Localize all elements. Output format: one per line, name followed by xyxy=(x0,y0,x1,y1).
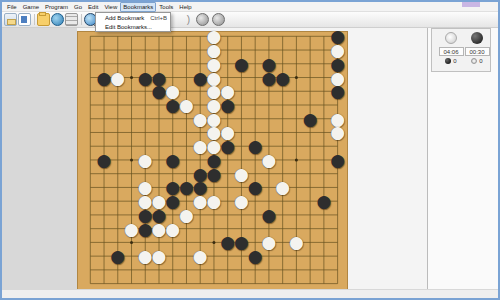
star-point xyxy=(295,76,298,79)
left-side-strip xyxy=(2,28,77,292)
folder-icon[interactable] xyxy=(37,13,50,26)
menu-item-go[interactable]: Go xyxy=(71,2,85,12)
dropdown-item-add-bookmark[interactable]: Add BookmarkCtrl+B xyxy=(96,13,170,22)
menu-item-game[interactable]: Game xyxy=(20,2,42,12)
star-point xyxy=(295,241,298,244)
star-point xyxy=(130,158,133,161)
menu-item-edit[interactable]: Edit xyxy=(85,2,101,12)
black-capture-count: 0 xyxy=(479,58,482,64)
toolbar: ) xyxy=(2,12,498,28)
star-point xyxy=(130,241,133,244)
board-grid xyxy=(78,32,347,292)
bookmarks-dropdown-menu: Add BookmarkCtrl+BEdit Bookmarks... xyxy=(95,12,171,32)
app-window: FileGameProgramGoEditViewBookmarksToolsH… xyxy=(0,0,500,300)
black-player-stone-icon xyxy=(471,32,483,44)
black-capture-stone-icon xyxy=(445,58,451,64)
save-icon[interactable] xyxy=(18,13,31,26)
white-capture-stone-icon xyxy=(471,58,477,64)
white-player-stone-icon xyxy=(445,32,457,44)
star-point xyxy=(212,76,215,79)
stone-button[interactable] xyxy=(212,13,225,26)
black-clock: 00:30 xyxy=(465,47,490,56)
star-point xyxy=(295,158,298,161)
toolbar-separator xyxy=(34,14,35,25)
menu-item-view[interactable]: View xyxy=(101,2,120,12)
status-bar xyxy=(2,289,498,298)
window-edge-accent xyxy=(462,2,480,7)
globe-icon[interactable] xyxy=(51,13,64,26)
menu-item-bookmarks[interactable]: Bookmarks xyxy=(120,2,156,12)
menu-item-help[interactable]: Help xyxy=(176,2,194,12)
black-capture-row: 0 xyxy=(471,58,482,64)
open-icon[interactable] xyxy=(4,13,17,26)
white-capture-count: 0 xyxy=(453,58,456,64)
menu-item-tools[interactable]: Tools xyxy=(156,2,176,12)
dropdown-item-label: Add Bookmark xyxy=(105,15,144,21)
info-panel: 04:06 0 00:30 0 xyxy=(428,28,498,292)
toolbar-separator xyxy=(81,14,82,25)
star-point xyxy=(130,76,133,79)
dropdown-item-shortcut: Ctrl+B xyxy=(150,15,167,21)
white-clock: 04:06 xyxy=(439,47,464,56)
white-player-column: 04:06 0 xyxy=(438,32,464,64)
menu-bar: FileGameProgramGoEditViewBookmarksToolsH… xyxy=(2,2,498,12)
dropdown-item-edit-bookmarks[interactable]: Edit Bookmarks... xyxy=(96,22,170,31)
white-capture-row: 0 xyxy=(445,58,456,64)
dropdown-item-label: Edit Bookmarks... xyxy=(105,24,152,30)
menu-item-program[interactable]: Program xyxy=(42,2,71,12)
stone-button[interactable] xyxy=(196,13,209,26)
black-player-column: 00:30 0 xyxy=(464,32,490,64)
grid-icon[interactable] xyxy=(65,13,78,26)
clock-panel: 04:06 0 00:30 0 xyxy=(431,28,491,72)
nav-arc-icon[interactable]: ) xyxy=(182,13,195,26)
main-area: ●●●●●●●●●●●●●●●●●●●●●●●●●●●●●●●●●●●●●●●●… xyxy=(2,28,498,292)
go-board[interactable]: ●●●●●●●●●●●●●●●●●●●●●●●●●●●●●●●●●●●●●●●●… xyxy=(77,31,348,293)
menu-item-file[interactable]: File xyxy=(4,2,20,12)
star-point xyxy=(212,241,215,244)
star-point xyxy=(212,158,215,161)
